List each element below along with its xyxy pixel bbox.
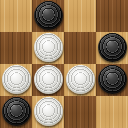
square-r1c2[interactable] xyxy=(64,32,96,64)
white-piece[interactable]: ⛀ xyxy=(34,97,63,126)
black-piece[interactable]: ⛂ xyxy=(2,97,31,126)
white-piece[interactable]: ⛀ xyxy=(2,65,31,94)
black-piece[interactable]: ⛂ xyxy=(34,1,63,30)
square-r2c2[interactable]: ⛀ xyxy=(64,64,96,96)
square-r3c2[interactable] xyxy=(64,96,96,128)
square-r0c2[interactable] xyxy=(64,0,96,32)
square-r3c1[interactable]: ⛀ xyxy=(32,96,64,128)
checkers-screenshot: ⛂⛀⛂⛀⛀⛀⛂⛂⛀ xyxy=(0,0,128,128)
square-r1c1[interactable]: ⛀ xyxy=(32,32,64,64)
black-piece[interactable]: ⛂ xyxy=(98,65,127,94)
square-r1c0[interactable] xyxy=(0,32,32,64)
black-piece[interactable]: ⛂ xyxy=(98,33,127,62)
square-r0c3[interactable] xyxy=(96,0,128,32)
square-r3c0[interactable]: ⛂ xyxy=(0,96,32,128)
square-r0c0[interactable] xyxy=(0,0,32,32)
square-r2c3[interactable]: ⛂ xyxy=(96,64,128,96)
checkers-board: ⛂⛀⛂⛀⛀⛀⛂⛂⛀ xyxy=(0,0,128,128)
square-r0c1[interactable]: ⛂ xyxy=(32,0,64,32)
square-r2c0[interactable]: ⛀ xyxy=(0,64,32,96)
square-r2c1[interactable]: ⛀ xyxy=(32,64,64,96)
square-r3c3[interactable] xyxy=(96,96,128,128)
square-r1c3[interactable]: ⛂ xyxy=(96,32,128,64)
white-piece[interactable]: ⛀ xyxy=(66,65,95,94)
white-piece[interactable]: ⛀ xyxy=(34,65,63,94)
white-piece[interactable]: ⛀ xyxy=(34,33,63,62)
